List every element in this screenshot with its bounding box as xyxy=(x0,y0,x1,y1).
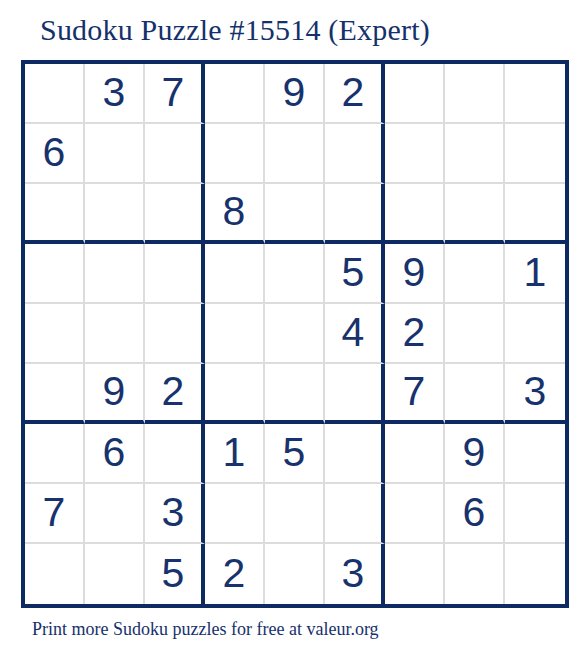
sudoku-cell[interactable]: 6 xyxy=(445,484,505,544)
sudoku-cell[interactable] xyxy=(265,484,325,544)
sudoku-cell[interactable] xyxy=(385,184,445,244)
sudoku-cell[interactable] xyxy=(265,364,325,424)
sudoku-cell[interactable] xyxy=(325,124,385,184)
sudoku-cell[interactable] xyxy=(85,484,145,544)
sudoku-cell[interactable] xyxy=(385,484,445,544)
sudoku-cell[interactable] xyxy=(505,304,565,364)
sudoku-cell[interactable] xyxy=(445,124,505,184)
sudoku-cell[interactable] xyxy=(25,424,85,484)
sudoku-cell[interactable]: 7 xyxy=(385,364,445,424)
sudoku-cell[interactable] xyxy=(265,244,325,304)
sudoku-cell[interactable] xyxy=(145,424,205,484)
sudoku-cell[interactable] xyxy=(505,124,565,184)
sudoku-cell[interactable] xyxy=(445,64,505,124)
sudoku-cell[interactable]: 9 xyxy=(265,64,325,124)
sudoku-cell[interactable]: 1 xyxy=(205,424,265,484)
sudoku-cell[interactable] xyxy=(505,184,565,244)
sudoku-cell[interactable]: 7 xyxy=(25,484,85,544)
sudoku-cell[interactable] xyxy=(205,64,265,124)
sudoku-cell[interactable] xyxy=(445,244,505,304)
sudoku-cell[interactable] xyxy=(85,124,145,184)
sudoku-cell[interactable] xyxy=(205,244,265,304)
sudoku-cell[interactable]: 7 xyxy=(145,64,205,124)
sudoku-cell[interactable] xyxy=(325,364,385,424)
sudoku-cell[interactable] xyxy=(385,124,445,184)
sudoku-cell[interactable]: 1 xyxy=(505,244,565,304)
sudoku-cell[interactable] xyxy=(265,184,325,244)
sudoku-cell[interactable]: 9 xyxy=(445,424,505,484)
sudoku-cell[interactable]: 2 xyxy=(325,64,385,124)
sudoku-cell[interactable]: 4 xyxy=(325,304,385,364)
sudoku-cell[interactable] xyxy=(325,184,385,244)
sudoku-cell[interactable] xyxy=(145,244,205,304)
sudoku-cell[interactable]: 9 xyxy=(85,364,145,424)
sudoku-cell[interactable]: 2 xyxy=(205,544,265,604)
sudoku-cell[interactable] xyxy=(205,124,265,184)
sudoku-cell[interactable] xyxy=(25,244,85,304)
sudoku-cell[interactable] xyxy=(145,184,205,244)
sudoku-cell[interactable]: 5 xyxy=(145,544,205,604)
sudoku-cell[interactable] xyxy=(385,64,445,124)
sudoku-cell[interactable] xyxy=(25,544,85,604)
sudoku-cell[interactable] xyxy=(25,64,85,124)
sudoku-cell[interactable]: 6 xyxy=(25,124,85,184)
sudoku-cell[interactable] xyxy=(505,484,565,544)
sudoku-cell[interactable] xyxy=(505,544,565,604)
sudoku-cell[interactable]: 8 xyxy=(205,184,265,244)
sudoku-cell[interactable] xyxy=(445,364,505,424)
sudoku-cell[interactable] xyxy=(265,544,325,604)
sudoku-cell[interactable] xyxy=(205,484,265,544)
sudoku-cell[interactable] xyxy=(445,544,505,604)
sudoku-cell[interactable] xyxy=(25,184,85,244)
sudoku-cell[interactable] xyxy=(505,424,565,484)
sudoku-cell[interactable]: 3 xyxy=(145,484,205,544)
sudoku-cell[interactable] xyxy=(325,424,385,484)
sudoku-cell[interactable] xyxy=(265,124,325,184)
page-title: Sudoku Puzzle #15514 (Expert) xyxy=(40,13,580,48)
sudoku-cell[interactable] xyxy=(145,124,205,184)
sudoku-cell[interactable] xyxy=(145,304,205,364)
sudoku-cell[interactable] xyxy=(325,484,385,544)
sudoku-cell[interactable]: 3 xyxy=(85,64,145,124)
sudoku-board: 3792685914292736159736523 xyxy=(21,60,569,608)
sudoku-cell[interactable] xyxy=(385,424,445,484)
sudoku-cell[interactable] xyxy=(445,304,505,364)
sudoku-cell[interactable]: 2 xyxy=(385,304,445,364)
sudoku-cell[interactable]: 3 xyxy=(325,544,385,604)
sudoku-cell[interactable] xyxy=(85,244,145,304)
sudoku-cell[interactable] xyxy=(205,364,265,424)
sudoku-cell[interactable]: 5 xyxy=(325,244,385,304)
sudoku-cell[interactable] xyxy=(445,184,505,244)
sudoku-cell[interactable] xyxy=(505,64,565,124)
sudoku-cell[interactable] xyxy=(265,304,325,364)
sudoku-cell[interactable] xyxy=(205,304,265,364)
sudoku-cell[interactable]: 9 xyxy=(385,244,445,304)
sudoku-cell[interactable] xyxy=(85,184,145,244)
sudoku-cell[interactable]: 2 xyxy=(145,364,205,424)
footer-text: Print more Sudoku puzzles for free at va… xyxy=(32,619,580,640)
sudoku-cell[interactable] xyxy=(25,364,85,424)
sudoku-cell[interactable]: 5 xyxy=(265,424,325,484)
sudoku-cell[interactable] xyxy=(85,304,145,364)
sudoku-cell[interactable]: 6 xyxy=(85,424,145,484)
sudoku-cell[interactable] xyxy=(385,544,445,604)
sudoku-cell[interactable] xyxy=(25,304,85,364)
sudoku-cell[interactable] xyxy=(85,544,145,604)
sudoku-cell[interactable]: 3 xyxy=(505,364,565,424)
